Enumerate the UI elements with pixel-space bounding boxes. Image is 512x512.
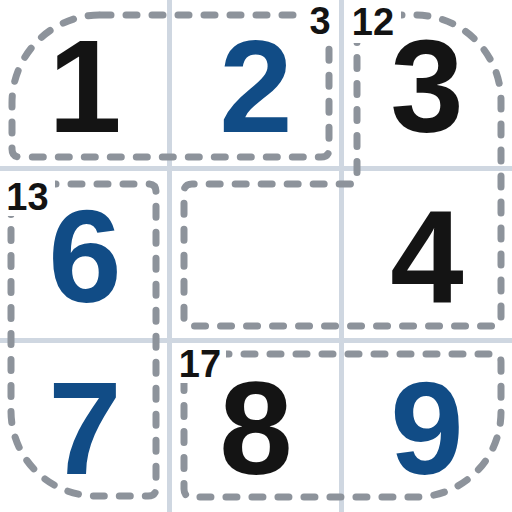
cell-r1c2[interactable]: 4 (342, 168, 512, 340)
cell-r0c2[interactable]: 3 (342, 0, 512, 168)
cell-r2c1[interactable]: 8 (170, 340, 342, 512)
cell-r1c0[interactable]: 6 (0, 168, 170, 340)
cell-grid: 1 2 3 6 4 7 8 9 (0, 0, 512, 512)
killer-sudoku-board: 3 12 13 17 1 2 3 6 4 7 8 9 (0, 0, 512, 512)
cell-r2c0[interactable]: 7 (0, 340, 170, 512)
cell-r1c1[interactable] (170, 168, 342, 340)
cell-r0c0[interactable]: 1 (0, 0, 170, 168)
cell-r0c1[interactable]: 2 (170, 0, 342, 168)
cell-r2c2[interactable]: 9 (342, 340, 512, 512)
